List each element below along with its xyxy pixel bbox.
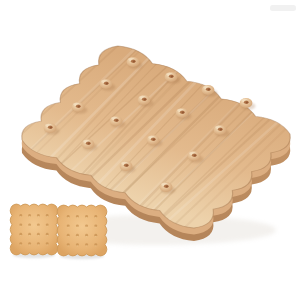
- biscuit-thumbnail-2: [57, 205, 107, 259]
- product-photo: [0, 0, 300, 300]
- biscuit-body: [10, 204, 58, 255]
- watermark: [270, 5, 296, 11]
- biscuit-body: [57, 205, 107, 256]
- biscuit-thumbnail-1: [10, 204, 58, 258]
- product-photo-canvas: [0, 0, 300, 300]
